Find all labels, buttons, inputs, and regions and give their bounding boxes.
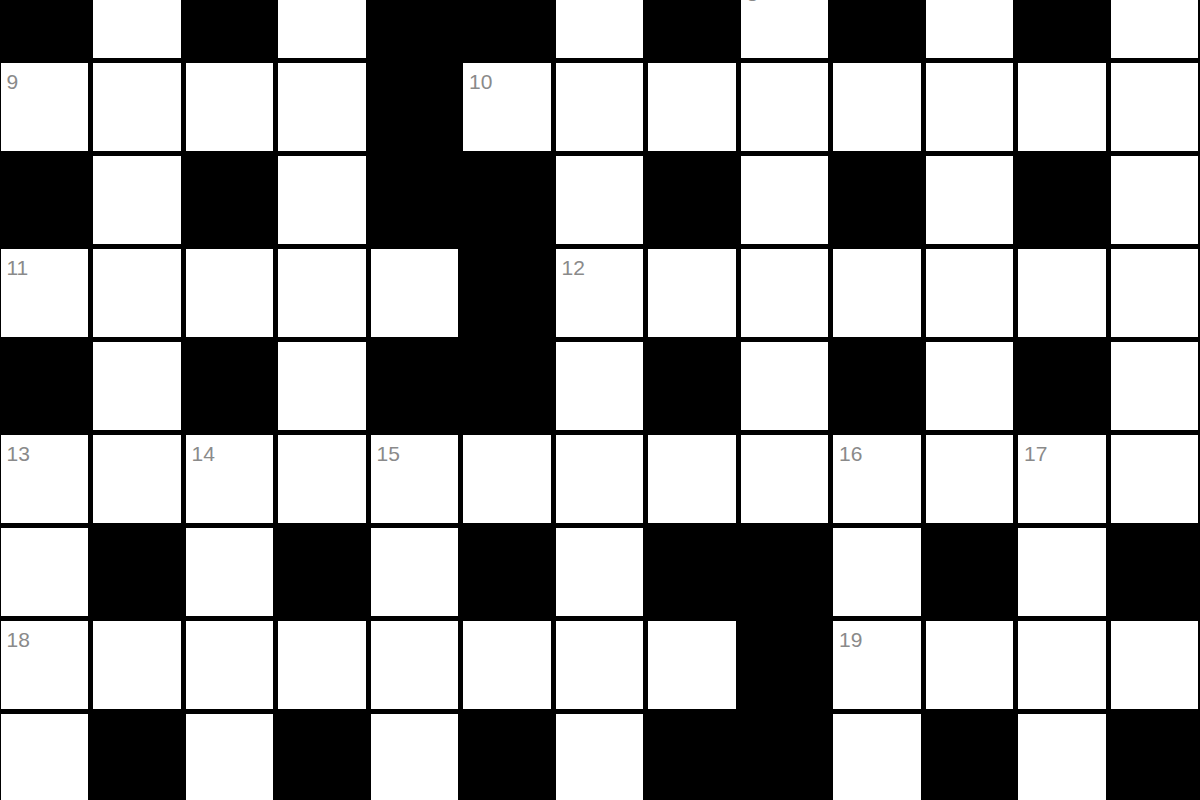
black-cell xyxy=(371,63,459,151)
black-cell xyxy=(741,621,829,709)
white-cell[interactable] xyxy=(741,342,829,430)
white-cell[interactable] xyxy=(93,0,181,58)
black-cell xyxy=(463,156,551,244)
white-cell[interactable] xyxy=(556,156,644,244)
white-cell[interactable] xyxy=(556,528,644,616)
clue-number: 14 xyxy=(192,443,215,464)
white-cell[interactable] xyxy=(556,342,644,430)
white-cell[interactable] xyxy=(1018,63,1106,151)
black-cell xyxy=(93,714,181,800)
clue-number: 18 xyxy=(7,629,30,650)
white-cell[interactable]: 19 xyxy=(833,621,921,709)
white-cell[interactable] xyxy=(463,621,551,709)
white-cell[interactable] xyxy=(926,621,1014,709)
white-cell[interactable] xyxy=(1018,528,1106,616)
black-cell xyxy=(186,156,274,244)
white-cell[interactable] xyxy=(1018,714,1106,800)
clue-number: 13 xyxy=(7,443,30,464)
white-cell[interactable] xyxy=(648,249,736,337)
white-cell[interactable] xyxy=(648,435,736,523)
white-cell[interactable] xyxy=(741,63,829,151)
black-cell xyxy=(648,714,736,800)
white-cell[interactable] xyxy=(371,249,459,337)
black-cell xyxy=(1111,714,1199,800)
white-cell[interactable]: 17 xyxy=(1018,435,1106,523)
white-cell[interactable] xyxy=(278,621,366,709)
white-cell[interactable]: 9 xyxy=(1,63,89,151)
white-cell[interactable] xyxy=(741,249,829,337)
white-cell[interactable] xyxy=(1,714,89,800)
white-cell[interactable] xyxy=(186,528,274,616)
white-cell[interactable]: 16 xyxy=(833,435,921,523)
white-cell[interactable] xyxy=(741,435,829,523)
white-cell[interactable]: 15 xyxy=(371,435,459,523)
white-cell[interactable]: 8 xyxy=(741,0,829,58)
white-cell[interactable] xyxy=(1018,249,1106,337)
white-cell[interactable] xyxy=(926,156,1014,244)
black-cell xyxy=(1,156,89,244)
black-cell xyxy=(833,0,921,58)
white-cell[interactable] xyxy=(278,249,366,337)
white-cell[interactable] xyxy=(186,63,274,151)
clue-number: 9 xyxy=(7,71,19,92)
black-cell xyxy=(1,0,89,58)
white-cell[interactable] xyxy=(1111,249,1199,337)
white-cell[interactable] xyxy=(463,435,551,523)
clue-number: 11 xyxy=(7,257,29,278)
clue-number: 16 xyxy=(839,443,862,464)
white-cell[interactable] xyxy=(556,435,644,523)
white-cell[interactable] xyxy=(556,0,644,58)
white-cell[interactable]: 12 xyxy=(556,249,644,337)
black-cell xyxy=(833,156,921,244)
white-cell[interactable] xyxy=(1111,621,1199,709)
white-cell[interactable] xyxy=(1111,156,1199,244)
black-cell xyxy=(1111,528,1199,616)
white-cell[interactable] xyxy=(371,621,459,709)
white-cell[interactable] xyxy=(926,63,1014,151)
crossword-grid-viewport: 8910111213141516171819 xyxy=(0,0,1200,800)
white-cell[interactable] xyxy=(741,156,829,244)
crossword-board: 8910111213141516171819 xyxy=(0,0,1200,800)
black-cell xyxy=(926,528,1014,616)
black-cell xyxy=(463,342,551,430)
clue-number: 17 xyxy=(1024,443,1047,464)
black-cell xyxy=(371,156,459,244)
black-cell xyxy=(278,714,366,800)
white-cell[interactable] xyxy=(833,528,921,616)
black-cell xyxy=(463,714,551,800)
white-cell[interactable] xyxy=(833,714,921,800)
white-cell[interactable] xyxy=(93,435,181,523)
white-cell[interactable] xyxy=(93,342,181,430)
white-cell[interactable] xyxy=(278,63,366,151)
white-cell[interactable] xyxy=(278,0,366,58)
black-cell xyxy=(93,528,181,616)
black-cell xyxy=(1018,342,1106,430)
black-cell xyxy=(278,528,366,616)
black-cell xyxy=(741,528,829,616)
white-cell[interactable] xyxy=(371,714,459,800)
white-cell[interactable] xyxy=(371,528,459,616)
white-cell[interactable] xyxy=(926,249,1014,337)
black-cell xyxy=(1018,156,1106,244)
clue-number: 19 xyxy=(839,629,862,650)
white-cell[interactable] xyxy=(926,0,1014,58)
black-cell xyxy=(463,528,551,616)
black-cell xyxy=(463,0,551,58)
white-cell[interactable] xyxy=(278,435,366,523)
black-cell xyxy=(186,342,274,430)
black-cell xyxy=(1018,0,1106,58)
white-cell[interactable] xyxy=(186,621,274,709)
white-cell[interactable] xyxy=(556,714,644,800)
white-cell[interactable] xyxy=(926,435,1014,523)
white-cell[interactable] xyxy=(1111,342,1199,430)
black-cell xyxy=(186,0,274,58)
white-cell[interactable] xyxy=(1,528,89,616)
white-cell[interactable] xyxy=(556,63,644,151)
white-cell[interactable] xyxy=(93,621,181,709)
white-cell[interactable] xyxy=(93,249,181,337)
white-cell[interactable] xyxy=(93,156,181,244)
black-cell xyxy=(926,714,1014,800)
black-cell xyxy=(648,342,736,430)
black-cell xyxy=(648,156,736,244)
white-cell[interactable] xyxy=(93,63,181,151)
black-cell xyxy=(648,528,736,616)
white-cell[interactable] xyxy=(1111,435,1199,523)
white-cell[interactable] xyxy=(1018,621,1106,709)
white-cell[interactable] xyxy=(648,621,736,709)
white-cell[interactable] xyxy=(1111,0,1199,58)
black-cell xyxy=(741,714,829,800)
white-cell[interactable] xyxy=(833,63,921,151)
white-cell[interactable] xyxy=(926,342,1014,430)
white-cell[interactable] xyxy=(1111,63,1199,151)
black-cell xyxy=(463,249,551,337)
clue-number: 10 xyxy=(469,71,492,92)
clue-number: 15 xyxy=(377,443,400,464)
white-cell[interactable] xyxy=(556,621,644,709)
white-cell[interactable] xyxy=(186,249,274,337)
black-cell xyxy=(833,342,921,430)
white-cell[interactable] xyxy=(278,342,366,430)
white-cell[interactable] xyxy=(278,156,366,244)
white-cell[interactable] xyxy=(648,63,736,151)
black-cell xyxy=(371,0,459,58)
white-cell[interactable]: 14 xyxy=(186,435,274,523)
white-cell[interactable] xyxy=(186,714,274,800)
white-cell[interactable]: 11 xyxy=(1,249,89,337)
white-cell[interactable] xyxy=(833,249,921,337)
clue-number: 8 xyxy=(747,0,759,4)
white-cell[interactable]: 13 xyxy=(1,435,89,523)
black-cell xyxy=(371,342,459,430)
black-cell xyxy=(648,0,736,58)
white-cell[interactable]: 10 xyxy=(463,63,551,151)
clue-number: 12 xyxy=(562,257,585,278)
black-cell xyxy=(1,342,89,430)
white-cell[interactable]: 18 xyxy=(1,621,89,709)
